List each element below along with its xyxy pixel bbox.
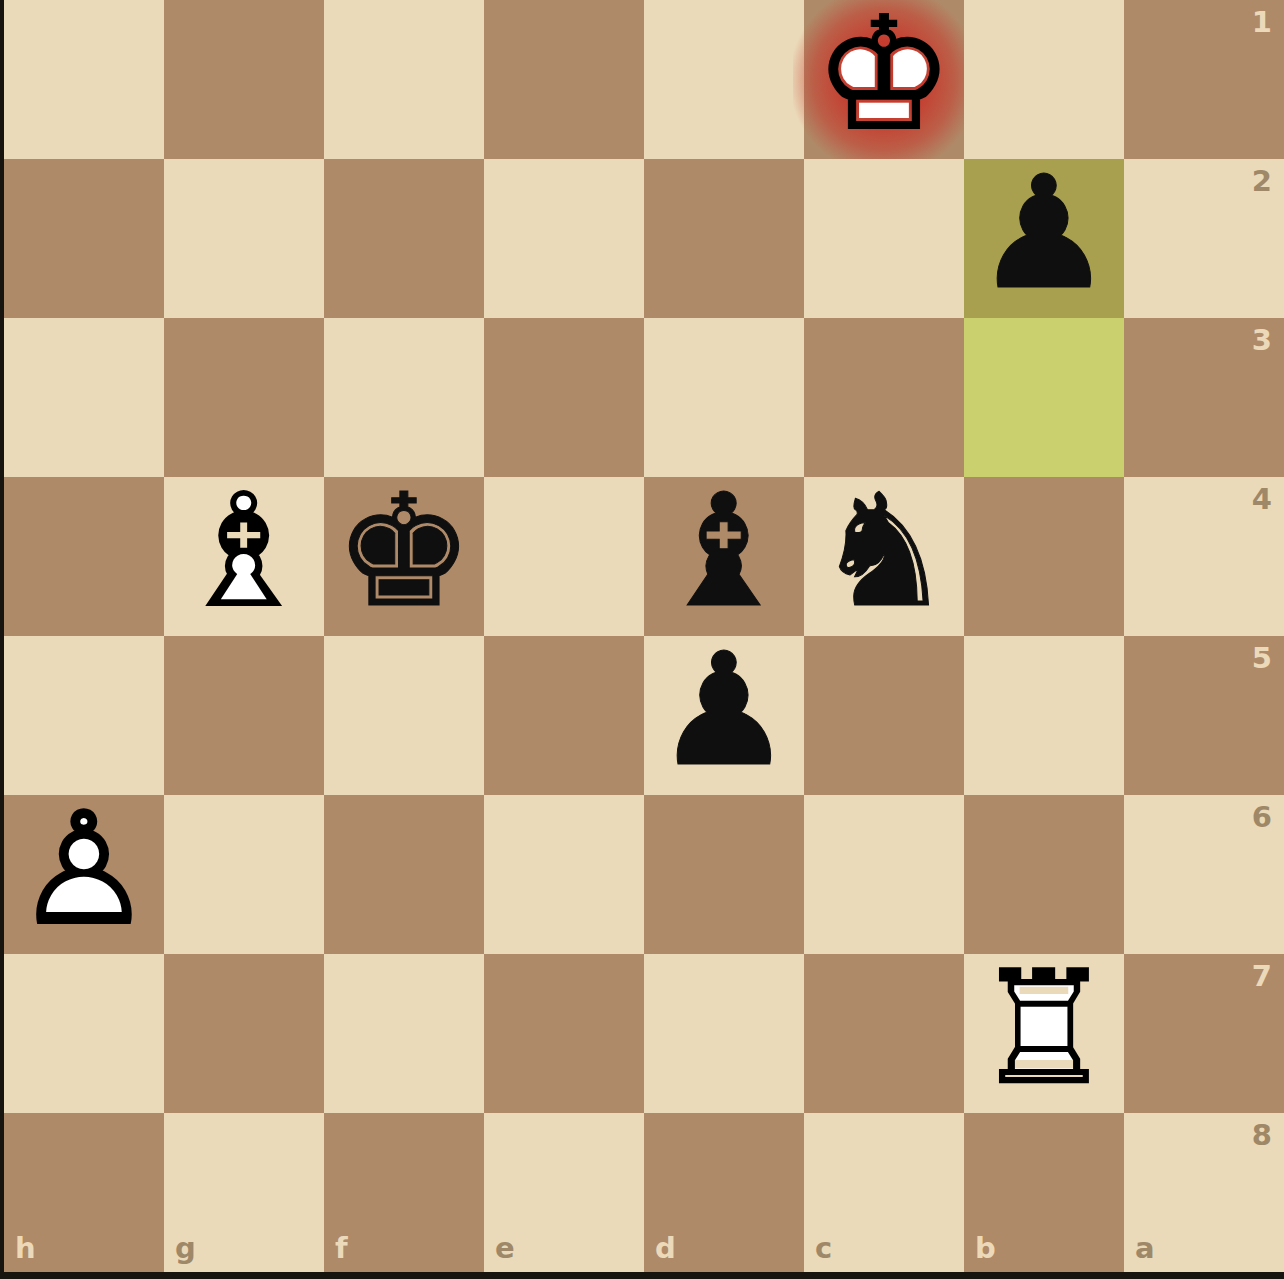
square-h4[interactable] — [4, 477, 164, 636]
piece-white-bishop[interactable]: ♝♗ — [164, 477, 324, 636]
square-b5[interactable] — [964, 636, 1124, 795]
square-b8[interactable]: b — [964, 1113, 1124, 1272]
square-d3[interactable] — [644, 318, 804, 477]
coord-rank-2: 2 — [1252, 164, 1272, 198]
white-rook-outline-glyph: ♖ — [974, 949, 1114, 1105]
square-d7[interactable] — [644, 954, 804, 1113]
coord-rank-1: 1 — [1252, 5, 1272, 39]
coord-file-h: h — [15, 1231, 36, 1265]
square-h2[interactable] — [4, 159, 164, 318]
square-c6[interactable] — [804, 795, 964, 954]
piece-black-bishop[interactable]: ♝ — [644, 477, 804, 636]
black-king-glyph: ♚ — [334, 472, 474, 628]
square-g8[interactable]: g — [164, 1113, 324, 1272]
square-h7[interactable] — [4, 954, 164, 1113]
square-c5[interactable] — [804, 636, 964, 795]
square-g6[interactable] — [164, 795, 324, 954]
square-a1[interactable]: 1 — [1124, 0, 1284, 159]
coord-rank-6: 6 — [1252, 800, 1272, 834]
square-f5[interactable] — [324, 636, 484, 795]
white-bishop-outline-glyph: ♗ — [174, 472, 314, 628]
coord-file-b: b — [975, 1231, 996, 1265]
square-d6[interactable] — [644, 795, 804, 954]
piece-white-pawn[interactable]: ♟♙ — [4, 795, 164, 954]
square-e2[interactable] — [484, 159, 644, 318]
square-f8[interactable]: f — [324, 1113, 484, 1272]
square-e4[interactable] — [484, 477, 644, 636]
square-c2[interactable] — [804, 159, 964, 318]
square-a5[interactable]: 5 — [1124, 636, 1284, 795]
square-g5[interactable] — [164, 636, 324, 795]
square-g1[interactable] — [164, 0, 324, 159]
square-d5[interactable]: ♟ — [644, 636, 804, 795]
square-c8[interactable]: c — [804, 1113, 964, 1272]
square-c7[interactable] — [804, 954, 964, 1113]
square-e7[interactable] — [484, 954, 644, 1113]
coord-file-d: d — [655, 1231, 676, 1265]
black-knight-glyph: ♞ — [814, 472, 954, 628]
black-pawn-glyph: ♟ — [974, 154, 1114, 310]
square-c1[interactable]: ♚♔ — [804, 0, 964, 159]
black-pawn-glyph: ♟ — [654, 631, 794, 787]
piece-black-pawn[interactable]: ♟ — [644, 636, 804, 795]
square-e5[interactable] — [484, 636, 644, 795]
square-f2[interactable] — [324, 159, 484, 318]
square-e6[interactable] — [484, 795, 644, 954]
square-c4[interactable]: ♞ — [804, 477, 964, 636]
square-h8[interactable]: h — [4, 1113, 164, 1272]
square-f6[interactable] — [324, 795, 484, 954]
coord-file-c: c — [815, 1231, 832, 1265]
square-a2[interactable]: 2 — [1124, 159, 1284, 318]
piece-black-knight[interactable]: ♞ — [804, 477, 964, 636]
square-g7[interactable] — [164, 954, 324, 1113]
piece-black-king[interactable]: ♚ — [324, 477, 484, 636]
coord-rank-4: 4 — [1252, 482, 1272, 516]
coord-rank-7: 7 — [1252, 959, 1272, 993]
square-a3[interactable]: 3 — [1124, 318, 1284, 477]
piece-white-king[interactable]: ♚♔ — [804, 0, 964, 159]
square-a8[interactable]: a8 — [1124, 1113, 1284, 1272]
square-b6[interactable] — [964, 795, 1124, 954]
square-g3[interactable] — [164, 318, 324, 477]
square-a6[interactable]: 6 — [1124, 795, 1284, 954]
square-b7[interactable]: ♜♖ — [964, 954, 1124, 1113]
coord-rank-5: 5 — [1252, 641, 1272, 675]
square-e1[interactable] — [484, 0, 644, 159]
square-b1[interactable] — [964, 0, 1124, 159]
square-f4[interactable]: ♚ — [324, 477, 484, 636]
square-b4[interactable] — [964, 477, 1124, 636]
square-h5[interactable] — [4, 636, 164, 795]
square-h6[interactable]: ♟♙ — [4, 795, 164, 954]
white-king-outline-glyph: ♔ — [814, 0, 954, 151]
coord-rank-3: 3 — [1252, 323, 1272, 357]
square-c3[interactable] — [804, 318, 964, 477]
square-d8[interactable]: d — [644, 1113, 804, 1272]
black-bishop-glyph: ♝ — [654, 472, 794, 628]
coord-file-e: e — [495, 1231, 515, 1265]
coord-file-f: f — [335, 1231, 348, 1265]
square-d4[interactable]: ♝ — [644, 477, 804, 636]
square-b2[interactable]: ♟ — [964, 159, 1124, 318]
piece-white-rook[interactable]: ♜♖ — [964, 954, 1124, 1113]
coord-file-g: g — [175, 1231, 196, 1265]
square-h1[interactable] — [4, 0, 164, 159]
square-a4[interactable]: 4 — [1124, 477, 1284, 636]
square-b3[interactable] — [964, 318, 1124, 477]
chess-board: ♚♔1♟23♝♗♚♝♞4♟5♟♙6♜♖7hgfedcba8 — [4, 0, 1284, 1272]
square-a7[interactable]: 7 — [1124, 954, 1284, 1113]
square-g2[interactable] — [164, 159, 324, 318]
square-g4[interactable]: ♝♗ — [164, 477, 324, 636]
square-f3[interactable] — [324, 318, 484, 477]
square-f7[interactable] — [324, 954, 484, 1113]
piece-black-pawn[interactable]: ♟ — [964, 159, 1124, 318]
square-h3[interactable] — [4, 318, 164, 477]
square-d1[interactable] — [644, 0, 804, 159]
square-d2[interactable] — [644, 159, 804, 318]
square-f1[interactable] — [324, 0, 484, 159]
square-e3[interactable] — [484, 318, 644, 477]
chess-board-window: ♚♔1♟23♝♗♚♝♞4♟5♟♙6♜♖7hgfedcba8 — [0, 0, 1284, 1279]
square-e8[interactable]: e — [484, 1113, 644, 1272]
coord-rank-8: 8 — [1252, 1118, 1272, 1152]
coord-file-a: a — [1135, 1231, 1155, 1265]
white-pawn-outline-glyph: ♙ — [14, 790, 154, 946]
